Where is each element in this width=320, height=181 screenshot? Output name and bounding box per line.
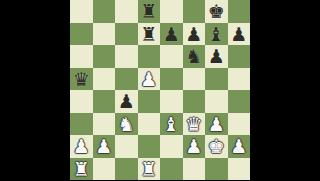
square-c3[interactable]: ♞ bbox=[115, 113, 138, 136]
square-f3[interactable]: ♛ bbox=[183, 113, 206, 136]
letterbox-right bbox=[250, 0, 320, 180]
square-g3[interactable]: ♟ bbox=[205, 113, 228, 136]
square-f5[interactable] bbox=[183, 68, 206, 91]
square-e7[interactable]: ♟ bbox=[160, 23, 183, 46]
square-e6[interactable] bbox=[160, 45, 183, 68]
square-b8[interactable] bbox=[93, 0, 116, 23]
square-c7[interactable] bbox=[115, 23, 138, 46]
piece-white-king[interactable]: ♚ bbox=[208, 135, 225, 158]
video-frame: ♜♚♜♟♟♝♟♞♟♛♟♟♞♝♛♟♟♟♟♚♟♜♜ bbox=[0, 0, 320, 180]
square-f2[interactable]: ♟ bbox=[183, 135, 206, 158]
square-b6[interactable] bbox=[93, 45, 116, 68]
piece-black-pawn[interactable]: ♟ bbox=[118, 90, 135, 113]
piece-white-pawn[interactable]: ♟ bbox=[230, 135, 247, 158]
piece-black-pawn[interactable]: ♟ bbox=[208, 45, 225, 68]
piece-white-rook[interactable]: ♜ bbox=[140, 158, 157, 181]
square-d3[interactable] bbox=[138, 113, 161, 136]
square-d6[interactable] bbox=[138, 45, 161, 68]
chess-board: ♜♚♜♟♟♝♟♞♟♛♟♟♞♝♛♟♟♟♟♚♟♜♜ bbox=[70, 0, 250, 180]
square-f7[interactable]: ♟ bbox=[183, 23, 206, 46]
piece-white-pawn[interactable]: ♟ bbox=[95, 135, 112, 158]
square-c8[interactable] bbox=[115, 0, 138, 23]
square-f6[interactable]: ♞ bbox=[183, 45, 206, 68]
square-c1[interactable] bbox=[115, 158, 138, 181]
square-f8[interactable] bbox=[183, 0, 206, 23]
square-h1[interactable] bbox=[228, 158, 251, 181]
square-g6[interactable]: ♟ bbox=[205, 45, 228, 68]
square-a8[interactable] bbox=[70, 0, 93, 23]
square-a2[interactable]: ♟ bbox=[70, 135, 93, 158]
square-c5[interactable] bbox=[115, 68, 138, 91]
square-f4[interactable] bbox=[183, 90, 206, 113]
square-c2[interactable] bbox=[115, 135, 138, 158]
square-e1[interactable] bbox=[160, 158, 183, 181]
square-a1[interactable]: ♜ bbox=[70, 158, 93, 181]
square-d2[interactable] bbox=[138, 135, 161, 158]
letterbox-left bbox=[0, 0, 70, 180]
square-b1[interactable] bbox=[93, 158, 116, 181]
piece-black-pawn[interactable]: ♟ bbox=[163, 23, 180, 46]
square-h5[interactable] bbox=[228, 68, 251, 91]
square-e2[interactable] bbox=[160, 135, 183, 158]
square-a7[interactable] bbox=[70, 23, 93, 46]
square-d1[interactable]: ♜ bbox=[138, 158, 161, 181]
piece-black-pawn[interactable]: ♟ bbox=[185, 23, 202, 46]
square-h3[interactable] bbox=[228, 113, 251, 136]
square-g8[interactable]: ♚ bbox=[205, 0, 228, 23]
piece-black-rook[interactable]: ♜ bbox=[140, 23, 157, 46]
piece-white-pawn[interactable]: ♟ bbox=[185, 135, 202, 158]
piece-white-pawn[interactable]: ♟ bbox=[140, 68, 157, 91]
piece-black-pawn[interactable]: ♟ bbox=[230, 23, 247, 46]
piece-black-queen[interactable]: ♛ bbox=[73, 68, 90, 91]
square-h6[interactable] bbox=[228, 45, 251, 68]
square-c6[interactable] bbox=[115, 45, 138, 68]
piece-white-pawn[interactable]: ♟ bbox=[73, 135, 90, 158]
piece-white-rook[interactable]: ♜ bbox=[73, 158, 90, 181]
square-g1[interactable] bbox=[205, 158, 228, 181]
square-a4[interactable] bbox=[70, 90, 93, 113]
square-b5[interactable] bbox=[93, 68, 116, 91]
square-g2[interactable]: ♚ bbox=[205, 135, 228, 158]
piece-black-knight[interactable]: ♞ bbox=[185, 45, 202, 68]
piece-black-bishop[interactable]: ♝ bbox=[208, 23, 225, 46]
square-f1[interactable] bbox=[183, 158, 206, 181]
square-b3[interactable] bbox=[93, 113, 116, 136]
square-e5[interactable] bbox=[160, 68, 183, 91]
square-a3[interactable] bbox=[70, 113, 93, 136]
square-b4[interactable] bbox=[93, 90, 116, 113]
square-g7[interactable]: ♝ bbox=[205, 23, 228, 46]
square-a6[interactable] bbox=[70, 45, 93, 68]
square-a5[interactable]: ♛ bbox=[70, 68, 93, 91]
square-h2[interactable]: ♟ bbox=[228, 135, 251, 158]
square-d4[interactable] bbox=[138, 90, 161, 113]
piece-white-pawn[interactable]: ♟ bbox=[208, 113, 225, 136]
square-e8[interactable] bbox=[160, 0, 183, 23]
piece-black-king[interactable]: ♚ bbox=[208, 0, 225, 23]
piece-white-queen[interactable]: ♛ bbox=[185, 113, 202, 136]
square-b7[interactable] bbox=[93, 23, 116, 46]
square-c4[interactable]: ♟ bbox=[115, 90, 138, 113]
square-d7[interactable]: ♜ bbox=[138, 23, 161, 46]
square-h8[interactable] bbox=[228, 0, 251, 23]
square-h7[interactable]: ♟ bbox=[228, 23, 251, 46]
square-g5[interactable] bbox=[205, 68, 228, 91]
square-d5[interactable]: ♟ bbox=[138, 68, 161, 91]
square-e3[interactable]: ♝ bbox=[160, 113, 183, 136]
square-d8[interactable]: ♜ bbox=[138, 0, 161, 23]
square-b2[interactable]: ♟ bbox=[93, 135, 116, 158]
piece-white-knight[interactable]: ♞ bbox=[118, 113, 135, 136]
square-g4[interactable] bbox=[205, 90, 228, 113]
square-h4[interactable] bbox=[228, 90, 251, 113]
piece-black-rook[interactable]: ♜ bbox=[140, 0, 157, 23]
square-e4[interactable] bbox=[160, 90, 183, 113]
piece-white-bishop[interactable]: ♝ bbox=[163, 113, 180, 136]
